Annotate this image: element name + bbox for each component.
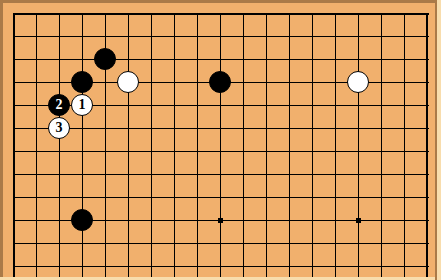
black-stone-K16 — [209, 71, 231, 93]
black-stone-D16 — [71, 71, 93, 93]
white-stone-F16 — [117, 71, 139, 93]
white-stone-move-3: 3 — [48, 117, 70, 139]
white-stone-Q16 — [347, 71, 369, 93]
move-number: 2 — [56, 98, 63, 112]
go-board-diagram: 213 — [0, 0, 441, 280]
white-stone-move-1: 1 — [71, 94, 93, 116]
stones-layer: 213 — [0, 0, 441, 280]
black-stone-D10 — [71, 209, 93, 231]
move-number: 1 — [79, 98, 86, 112]
move-number: 3 — [56, 121, 63, 135]
black-stone-move-2: 2 — [48, 94, 70, 116]
black-stone-E17 — [94, 48, 116, 70]
